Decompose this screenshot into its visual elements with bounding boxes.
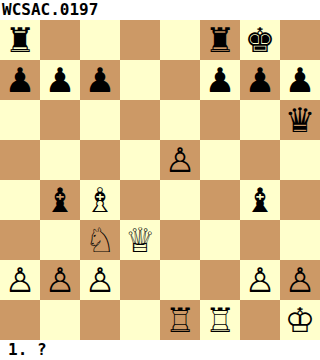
- square-f7[interactable]: ♟: [200, 60, 240, 100]
- square-b1[interactable]: [40, 300, 80, 340]
- square-g3[interactable]: [240, 220, 280, 260]
- black-pawn-b7[interactable]: ♟: [45, 60, 75, 100]
- black-bishop-g4[interactable]: ♝: [245, 180, 275, 220]
- square-c3[interactable]: ♘: [80, 220, 120, 260]
- square-h6[interactable]: ♛: [280, 100, 320, 140]
- square-e6[interactable]: [160, 100, 200, 140]
- black-pawn-f7[interactable]: ♟: [205, 60, 235, 100]
- square-g4[interactable]: ♝: [240, 180, 280, 220]
- square-c1[interactable]: [80, 300, 120, 340]
- square-e8[interactable]: [160, 20, 200, 60]
- square-b4[interactable]: ♝: [40, 180, 80, 220]
- square-g6[interactable]: [240, 100, 280, 140]
- square-g1[interactable]: [240, 300, 280, 340]
- square-h3[interactable]: [280, 220, 320, 260]
- square-d3[interactable]: ♕: [120, 220, 160, 260]
- square-c7[interactable]: ♟: [80, 60, 120, 100]
- square-f8[interactable]: ♜: [200, 20, 240, 60]
- white-pawn-e5[interactable]: ♙: [165, 140, 195, 180]
- puzzle-title: WCSAC.0197: [0, 0, 320, 20]
- white-knight-c3[interactable]: ♘: [85, 220, 115, 260]
- square-h5[interactable]: [280, 140, 320, 180]
- black-pawn-a7[interactable]: ♟: [5, 60, 35, 100]
- black-pawn-g7[interactable]: ♟: [245, 60, 275, 100]
- square-b2[interactable]: ♙: [40, 260, 80, 300]
- square-c4[interactable]: ♗: [80, 180, 120, 220]
- square-d7[interactable]: [120, 60, 160, 100]
- square-d6[interactable]: [120, 100, 160, 140]
- white-pawn-c2[interactable]: ♙: [85, 260, 115, 300]
- square-c6[interactable]: [80, 100, 120, 140]
- square-e2[interactable]: [160, 260, 200, 300]
- square-g5[interactable]: [240, 140, 280, 180]
- square-d2[interactable]: [120, 260, 160, 300]
- black-pawn-c7[interactable]: ♟: [85, 60, 115, 100]
- square-h8[interactable]: [280, 20, 320, 60]
- square-h4[interactable]: [280, 180, 320, 220]
- white-pawn-g2[interactable]: ♙: [245, 260, 275, 300]
- square-e5[interactable]: ♙: [160, 140, 200, 180]
- black-rook-a8[interactable]: ♜: [5, 20, 35, 60]
- square-e1[interactable]: ♖: [160, 300, 200, 340]
- square-a1[interactable]: [0, 300, 40, 340]
- square-c5[interactable]: [80, 140, 120, 180]
- chess-board: ♜♜♚♟♟♟♟♟♟♛♙♝♗♝♘♕♙♙♙♙♙♖♖♔: [0, 20, 320, 340]
- square-b8[interactable]: [40, 20, 80, 60]
- black-pawn-h7[interactable]: ♟: [285, 60, 315, 100]
- white-queen-d3[interactable]: ♕: [125, 220, 155, 260]
- square-b5[interactable]: [40, 140, 80, 180]
- black-king-g8[interactable]: ♚: [245, 20, 275, 60]
- square-a6[interactable]: [0, 100, 40, 140]
- white-king-h1[interactable]: ♔: [285, 300, 315, 340]
- square-f2[interactable]: [200, 260, 240, 300]
- white-pawn-b2[interactable]: ♙: [45, 260, 75, 300]
- square-e4[interactable]: [160, 180, 200, 220]
- white-pawn-h2[interactable]: ♙: [285, 260, 315, 300]
- square-g7[interactable]: ♟: [240, 60, 280, 100]
- square-a4[interactable]: [0, 180, 40, 220]
- black-queen-h6[interactable]: ♛: [285, 100, 315, 140]
- square-b6[interactable]: [40, 100, 80, 140]
- square-e7[interactable]: [160, 60, 200, 100]
- move-prompt: 1. ?: [0, 340, 320, 360]
- square-h7[interactable]: ♟: [280, 60, 320, 100]
- square-f1[interactable]: ♖: [200, 300, 240, 340]
- white-rook-e1[interactable]: ♖: [165, 300, 195, 340]
- square-c8[interactable]: [80, 20, 120, 60]
- square-b7[interactable]: ♟: [40, 60, 80, 100]
- white-pawn-a2[interactable]: ♙: [5, 260, 35, 300]
- square-d1[interactable]: [120, 300, 160, 340]
- square-h1[interactable]: ♔: [280, 300, 320, 340]
- square-c2[interactable]: ♙: [80, 260, 120, 300]
- square-d4[interactable]: [120, 180, 160, 220]
- black-bishop-b4[interactable]: ♝: [45, 180, 75, 220]
- square-e3[interactable]: [160, 220, 200, 260]
- square-f5[interactable]: [200, 140, 240, 180]
- square-g2[interactable]: ♙: [240, 260, 280, 300]
- square-f4[interactable]: [200, 180, 240, 220]
- square-a3[interactable]: [0, 220, 40, 260]
- square-g8[interactable]: ♚: [240, 20, 280, 60]
- black-rook-f8[interactable]: ♜: [205, 20, 235, 60]
- square-a7[interactable]: ♟: [0, 60, 40, 100]
- square-d8[interactable]: [120, 20, 160, 60]
- square-f6[interactable]: [200, 100, 240, 140]
- square-d5[interactable]: [120, 140, 160, 180]
- white-bishop-c4[interactable]: ♗: [85, 180, 115, 220]
- white-rook-f1[interactable]: ♖: [205, 300, 235, 340]
- square-h2[interactable]: ♙: [280, 260, 320, 300]
- square-f3[interactable]: [200, 220, 240, 260]
- square-a8[interactable]: ♜: [0, 20, 40, 60]
- square-b3[interactable]: [40, 220, 80, 260]
- square-a5[interactable]: [0, 140, 40, 180]
- square-a2[interactable]: ♙: [0, 260, 40, 300]
